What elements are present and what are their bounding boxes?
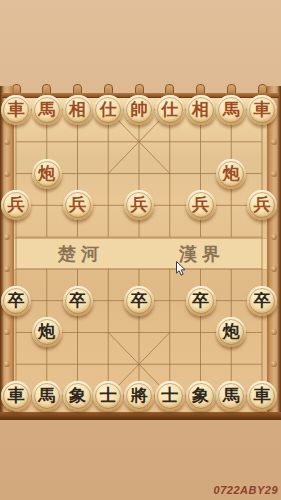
piece-glyph: 炮 [32, 317, 62, 347]
piece-black-cannon[interactable]: 炮 [32, 317, 62, 347]
board-bottom-edge [0, 412, 281, 420]
piece-glyph: 卒 [1, 286, 31, 316]
piece-black-general[interactable]: 將 [124, 381, 154, 411]
piece-glyph: 炮 [32, 159, 62, 189]
piece-red-chariot[interactable]: 車 [247, 95, 277, 125]
piece-glyph: 兵 [1, 190, 31, 220]
piece-glyph: 兵 [247, 190, 277, 220]
piece-red-soldier[interactable]: 兵 [186, 190, 216, 220]
piece-red-elephant[interactable]: 相 [63, 95, 93, 125]
piece-glyph: 馬 [32, 95, 62, 125]
piece-glyph: 馬 [216, 381, 246, 411]
piece-black-soldier[interactable]: 卒 [247, 286, 277, 316]
piece-black-cannon[interactable]: 炮 [216, 317, 246, 347]
game-screen: 楚河 漢界 車馬相仕帥仕相馬車炮炮兵兵兵兵兵卒卒卒卒卒炮炮車馬象士將士象馬車 0… [0, 0, 281, 500]
piece-black-elephant[interactable]: 象 [63, 381, 93, 411]
piece-red-general[interactable]: 帥 [124, 95, 154, 125]
piece-glyph: 兵 [186, 190, 216, 220]
piece-red-horse[interactable]: 馬 [216, 95, 246, 125]
piece-red-advisor[interactable]: 仕 [93, 95, 123, 125]
piece-glyph: 仕 [93, 95, 123, 125]
piece-glyph: 車 [247, 95, 277, 125]
piece-black-horse[interactable]: 馬 [216, 381, 246, 411]
piece-glyph: 卒 [186, 286, 216, 316]
piece-red-soldier[interactable]: 兵 [247, 190, 277, 220]
piece-glyph: 炮 [216, 317, 246, 347]
watermark: 0722ABY29 [214, 484, 278, 496]
piece-red-cannon[interactable]: 炮 [216, 159, 246, 189]
piece-black-soldier[interactable]: 卒 [1, 286, 31, 316]
piece-glyph: 兵 [63, 190, 93, 220]
piece-glyph: 馬 [32, 381, 62, 411]
piece-glyph: 仕 [155, 95, 185, 125]
piece-black-chariot[interactable]: 車 [1, 381, 31, 411]
piece-red-chariot[interactable]: 車 [1, 95, 31, 125]
piece-red-soldier[interactable]: 兵 [1, 190, 31, 220]
piece-black-advisor[interactable]: 士 [155, 381, 185, 411]
piece-black-elephant[interactable]: 象 [186, 381, 216, 411]
piece-black-chariot[interactable]: 車 [247, 381, 277, 411]
piece-glyph: 帥 [124, 95, 154, 125]
piece-black-soldier[interactable]: 卒 [186, 286, 216, 316]
piece-glyph: 將 [124, 381, 154, 411]
piece-glyph: 象 [63, 381, 93, 411]
piece-red-soldier[interactable]: 兵 [124, 190, 154, 220]
piece-glyph: 車 [247, 381, 277, 411]
piece-red-soldier[interactable]: 兵 [63, 190, 93, 220]
piece-glyph: 車 [1, 95, 31, 125]
piece-glyph: 兵 [124, 190, 154, 220]
piece-glyph: 卒 [63, 286, 93, 316]
piece-red-cannon[interactable]: 炮 [32, 159, 62, 189]
piece-glyph: 相 [186, 95, 216, 125]
piece-red-elephant[interactable]: 相 [186, 95, 216, 125]
piece-black-advisor[interactable]: 士 [93, 381, 123, 411]
piece-red-horse[interactable]: 馬 [32, 95, 62, 125]
piece-glyph: 炮 [216, 159, 246, 189]
piece-black-soldier[interactable]: 卒 [63, 286, 93, 316]
piece-red-advisor[interactable]: 仕 [155, 95, 185, 125]
piece-glyph: 馬 [216, 95, 246, 125]
piece-glyph: 車 [1, 381, 31, 411]
piece-glyph: 士 [93, 381, 123, 411]
piece-glyph: 相 [63, 95, 93, 125]
piece-black-horse[interactable]: 馬 [32, 381, 62, 411]
piece-glyph: 卒 [124, 286, 154, 316]
piece-glyph: 象 [186, 381, 216, 411]
board-grid [0, 95, 281, 420]
piece-black-soldier[interactable]: 卒 [124, 286, 154, 316]
mouse-cursor [176, 261, 188, 277]
piece-glyph: 士 [155, 381, 185, 411]
piece-glyph: 卒 [247, 286, 277, 316]
